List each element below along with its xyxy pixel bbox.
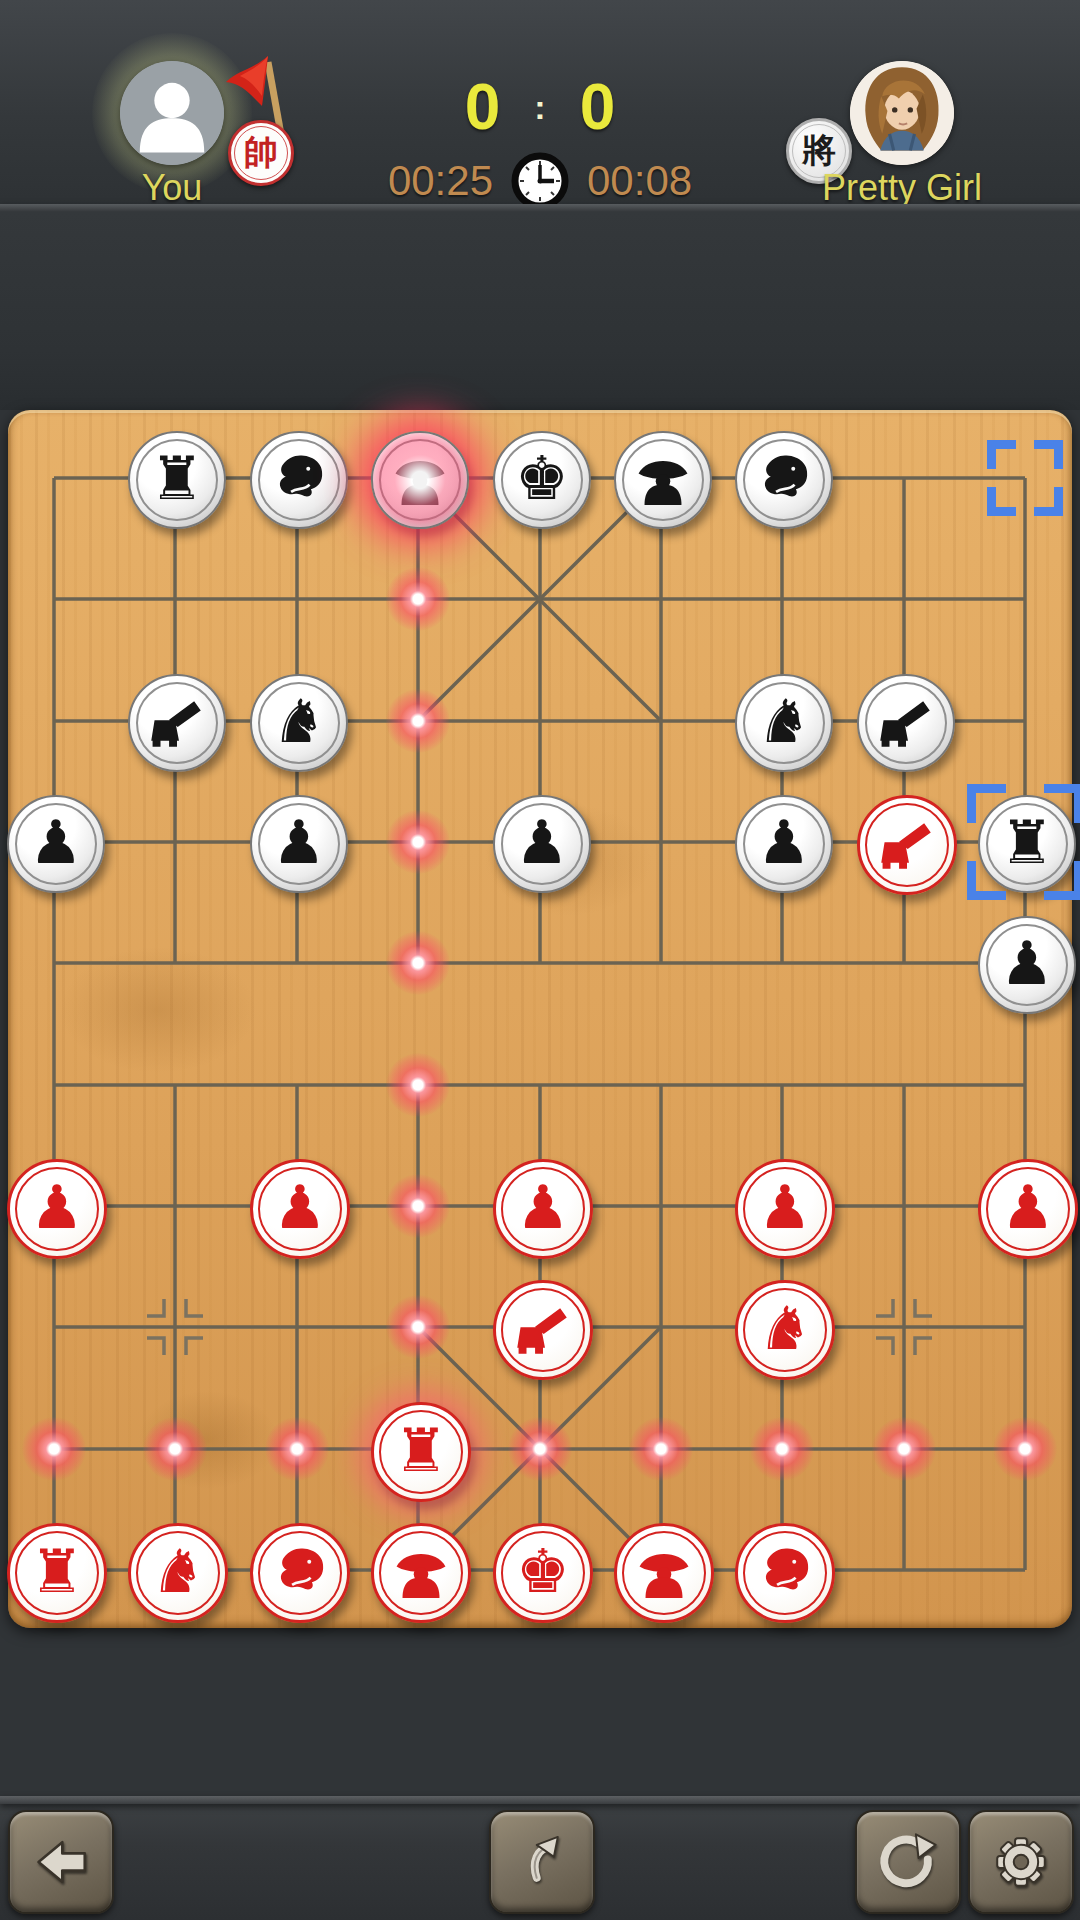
person-silhouette-icon [120,61,224,165]
right-player-name: Pretty Girl [752,167,1052,209]
undo-button[interactable] [489,1810,595,1914]
right-player-clock: 00:08 [587,157,692,205]
left-player-clock: 00:25 [388,157,493,205]
back-button[interactable] [8,1810,114,1914]
undo-arrow-icon [509,1829,575,1895]
settings-button[interactable] [968,1810,1074,1914]
back-arrow-icon [28,1829,94,1895]
clocks-row: 00:25 00:08 [330,152,750,210]
xiangqi-board[interactable] [8,410,1072,1628]
right-player-avatar[interactable] [850,61,954,165]
left-player-name: You [22,167,322,209]
left-score: 0 [465,70,501,144]
girl-avatar-icon [850,61,954,165]
score-display: 0 : 0 [390,70,690,144]
game-screen: 帥 You 0 : 0 00:25 00:08 [0,0,1080,1920]
redo-rotate-icon [875,1829,941,1895]
score-separator: : [534,88,545,127]
left-player-avatar[interactable] [120,61,224,165]
header-bar: 帥 You 0 : 0 00:25 00:08 [0,0,1080,212]
upper-gap-panel [0,212,1080,410]
gear-icon [988,1829,1054,1895]
redo-button[interactable] [855,1810,961,1914]
analog-clock-icon [511,152,569,210]
right-score: 0 [580,70,616,144]
